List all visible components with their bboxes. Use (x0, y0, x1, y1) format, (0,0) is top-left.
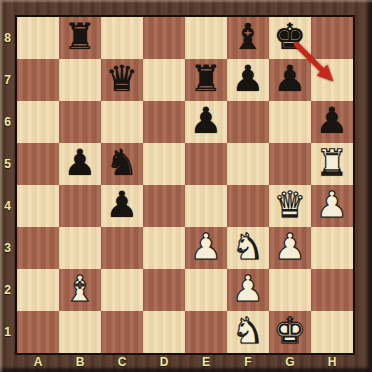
square-c8[interactable] (101, 17, 143, 59)
rank-label-7: 7 (0, 59, 15, 101)
square-a2[interactable] (17, 269, 59, 311)
rank-label-5: 5 (0, 143, 15, 185)
square-g5[interactable] (269, 143, 311, 185)
white-queen[interactable]: ♛ (274, 187, 306, 223)
square-d2[interactable] (143, 269, 185, 311)
white-knight[interactable]: ♞ (232, 229, 264, 265)
square-d8[interactable] (143, 17, 185, 59)
chess-board: ♜♝♚♛♜♟♟♟♟♟♞♜♟♛♟♟♞♟♝♟♞♚ (15, 15, 355, 355)
square-e8[interactable] (185, 17, 227, 59)
square-d5[interactable] (143, 143, 185, 185)
square-g1[interactable]: ♚ (269, 311, 311, 353)
square-d4[interactable] (143, 185, 185, 227)
square-f7[interactable]: ♟ (227, 59, 269, 101)
black-rook[interactable]: ♜ (64, 19, 96, 55)
square-d6[interactable] (143, 101, 185, 143)
square-a1[interactable] (17, 311, 59, 353)
square-a3[interactable] (17, 227, 59, 269)
rank-label-6: 6 (0, 101, 15, 143)
black-pawn[interactable]: ♟ (106, 187, 138, 223)
black-bishop[interactable]: ♝ (232, 19, 264, 55)
square-g3[interactable]: ♟ (269, 227, 311, 269)
square-a8[interactable] (17, 17, 59, 59)
white-pawn[interactable]: ♟ (190, 229, 222, 265)
white-pawn[interactable]: ♟ (316, 187, 348, 223)
square-e5[interactable] (185, 143, 227, 185)
square-e1[interactable] (185, 311, 227, 353)
square-h8[interactable] (311, 17, 353, 59)
square-h5[interactable]: ♜ (311, 143, 353, 185)
square-b7[interactable] (59, 59, 101, 101)
square-h2[interactable] (311, 269, 353, 311)
square-f4[interactable] (227, 185, 269, 227)
file-label-d: D (143, 354, 185, 372)
square-h4[interactable]: ♟ (311, 185, 353, 227)
square-g6[interactable] (269, 101, 311, 143)
white-rook[interactable]: ♜ (316, 145, 348, 181)
square-a4[interactable] (17, 185, 59, 227)
square-f8[interactable]: ♝ (227, 17, 269, 59)
board-frame: ♜♝♚♛♜♟♟♟♟♟♞♜♟♛♟♟♞♟♝♟♞♚ 87654321ABCDEFGH (0, 0, 372, 372)
file-label-h: H (311, 354, 353, 372)
black-king[interactable]: ♚ (274, 19, 306, 55)
square-c2[interactable] (101, 269, 143, 311)
square-e3[interactable]: ♟ (185, 227, 227, 269)
square-h1[interactable] (311, 311, 353, 353)
white-king[interactable]: ♚ (274, 313, 306, 349)
white-pawn[interactable]: ♟ (274, 229, 306, 265)
square-b4[interactable] (59, 185, 101, 227)
file-label-e: E (185, 354, 227, 372)
square-g8[interactable]: ♚ (269, 17, 311, 59)
black-pawn[interactable]: ♟ (64, 145, 96, 181)
square-c6[interactable] (101, 101, 143, 143)
rank-label-1: 1 (0, 311, 15, 353)
black-pawn[interactable]: ♟ (274, 61, 306, 97)
square-a7[interactable] (17, 59, 59, 101)
black-pawn[interactable]: ♟ (190, 103, 222, 139)
file-label-a: A (17, 354, 59, 372)
square-g2[interactable] (269, 269, 311, 311)
square-b1[interactable] (59, 311, 101, 353)
square-b8[interactable]: ♜ (59, 17, 101, 59)
square-e4[interactable] (185, 185, 227, 227)
square-a6[interactable] (17, 101, 59, 143)
square-e2[interactable] (185, 269, 227, 311)
square-c1[interactable] (101, 311, 143, 353)
file-label-f: F (227, 354, 269, 372)
square-c3[interactable] (101, 227, 143, 269)
white-bishop[interactable]: ♝ (64, 271, 96, 307)
square-f6[interactable] (227, 101, 269, 143)
square-f1[interactable]: ♞ (227, 311, 269, 353)
square-c7[interactable]: ♛ (101, 59, 143, 101)
black-knight[interactable]: ♞ (106, 145, 138, 181)
square-e6[interactable]: ♟ (185, 101, 227, 143)
square-d1[interactable] (143, 311, 185, 353)
square-g7[interactable]: ♟ (269, 59, 311, 101)
square-h6[interactable]: ♟ (311, 101, 353, 143)
rank-label-3: 3 (0, 227, 15, 269)
square-f2[interactable]: ♟ (227, 269, 269, 311)
rank-label-4: 4 (0, 185, 15, 227)
white-knight[interactable]: ♞ (232, 313, 264, 349)
square-d3[interactable] (143, 227, 185, 269)
white-pawn[interactable]: ♟ (232, 271, 264, 307)
rank-label-2: 2 (0, 269, 15, 311)
square-b5[interactable]: ♟ (59, 143, 101, 185)
black-pawn[interactable]: ♟ (232, 61, 264, 97)
rank-label-8: 8 (0, 17, 15, 59)
square-f5[interactable] (227, 143, 269, 185)
square-d7[interactable] (143, 59, 185, 101)
square-c5[interactable]: ♞ (101, 143, 143, 185)
square-c4[interactable]: ♟ (101, 185, 143, 227)
square-h7[interactable] (311, 59, 353, 101)
square-b2[interactable]: ♝ (59, 269, 101, 311)
square-e7[interactable]: ♜ (185, 59, 227, 101)
square-a5[interactable] (17, 143, 59, 185)
file-label-c: C (101, 354, 143, 372)
square-f3[interactable]: ♞ (227, 227, 269, 269)
file-label-b: B (59, 354, 101, 372)
square-b6[interactable] (59, 101, 101, 143)
file-label-g: G (269, 354, 311, 372)
square-h3[interactable] (311, 227, 353, 269)
square-b3[interactable] (59, 227, 101, 269)
black-pawn[interactable]: ♟ (316, 103, 348, 139)
square-g4[interactable]: ♛ (269, 185, 311, 227)
black-queen[interactable]: ♛ (106, 61, 138, 97)
black-rook[interactable]: ♜ (190, 61, 222, 97)
